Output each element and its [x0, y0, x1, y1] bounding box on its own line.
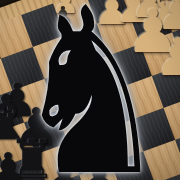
knight-icon: ♞ — [14, 0, 169, 180]
chess-game-icon[interactable]: ♟♟♟♟♟♝♟♟♟♟♝♟♜♟♟♟ ♞ — [0, 0, 180, 180]
